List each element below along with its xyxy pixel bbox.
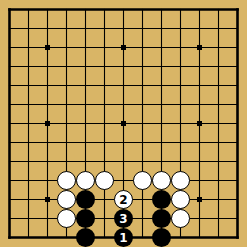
stone-black: [76, 209, 95, 228]
stone-white: [171, 190, 190, 209]
stone-white: [76, 171, 95, 190]
stone-black-move-1: 1: [114, 228, 133, 247]
stone-black: [152, 209, 171, 228]
stone-white: [57, 171, 76, 190]
move-number-label: 3: [119, 212, 127, 225]
go-board-diagram: 231: [0, 0, 247, 247]
move-number-label: 2: [119, 193, 127, 206]
go-board: 231: [0, 0, 247, 247]
stone-white-move-2: 2: [114, 190, 133, 209]
stone-white: [57, 190, 76, 209]
stone-black: [76, 190, 95, 209]
stone-black: [76, 228, 95, 247]
stone-black: [152, 228, 171, 247]
stone-white: [171, 171, 190, 190]
stone-white: [133, 171, 152, 190]
stone-white: [152, 171, 171, 190]
move-number-label: 1: [119, 231, 127, 244]
stone-white: [57, 209, 76, 228]
stone-white: [171, 209, 190, 228]
stone-white: [95, 171, 114, 190]
stone-black: [152, 190, 171, 209]
stone-black-move-3: 3: [114, 209, 133, 228]
